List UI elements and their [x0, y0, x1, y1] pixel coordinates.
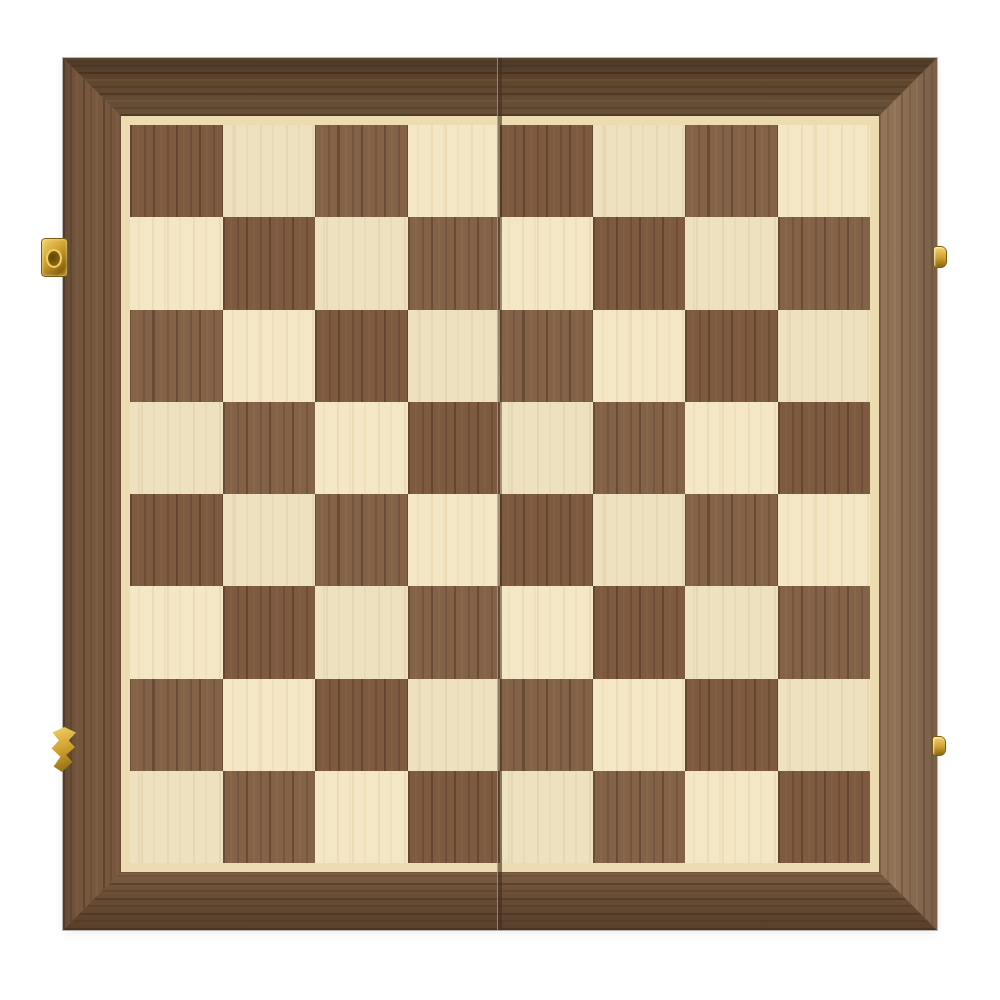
square-a4: [130, 494, 223, 586]
brass-clasp-left-top: [41, 238, 68, 277]
square-a1: [130, 771, 223, 863]
square-c6: [315, 310, 408, 402]
square-e2: [500, 679, 593, 771]
square-f1: [593, 771, 686, 863]
square-d7: [408, 217, 501, 309]
brass-pin-right-top: [933, 246, 947, 268]
square-e5: [500, 402, 593, 494]
square-c1: [315, 771, 408, 863]
square-b1: [223, 771, 316, 863]
square-g3: [685, 586, 778, 678]
square-f8: [593, 125, 686, 217]
square-b5: [223, 402, 316, 494]
square-e8: [500, 125, 593, 217]
product-photo: [0, 0, 1000, 1000]
square-c4: [315, 494, 408, 586]
square-b8: [223, 125, 316, 217]
square-c2: [315, 679, 408, 771]
square-f4: [593, 494, 686, 586]
square-g6: [685, 310, 778, 402]
square-e4: [500, 494, 593, 586]
square-a6: [130, 310, 223, 402]
square-h3: [778, 586, 871, 678]
square-b4: [223, 494, 316, 586]
square-d8: [408, 125, 501, 217]
square-h2: [778, 679, 871, 771]
square-f5: [593, 402, 686, 494]
square-e3: [500, 586, 593, 678]
brass-pin-right-bottom: [932, 736, 946, 756]
square-h7: [778, 217, 871, 309]
board-frame-left: [63, 58, 121, 930]
square-h6: [778, 310, 871, 402]
square-g4: [685, 494, 778, 586]
square-c5: [315, 402, 408, 494]
square-e1: [500, 771, 593, 863]
square-d3: [408, 586, 501, 678]
board-frame-right: [879, 58, 937, 930]
square-e7: [500, 217, 593, 309]
square-d6: [408, 310, 501, 402]
square-a7: [130, 217, 223, 309]
square-b2: [223, 679, 316, 771]
square-a5: [130, 402, 223, 494]
square-a3: [130, 586, 223, 678]
square-g7: [685, 217, 778, 309]
square-f6: [593, 310, 686, 402]
square-g2: [685, 679, 778, 771]
square-g1: [685, 771, 778, 863]
chess-board: [63, 58, 937, 930]
fold-seam: [497, 58, 502, 930]
square-c3: [315, 586, 408, 678]
square-a2: [130, 679, 223, 771]
square-b3: [223, 586, 316, 678]
square-c7: [315, 217, 408, 309]
square-e6: [500, 310, 593, 402]
square-a8: [130, 125, 223, 217]
square-g5: [685, 402, 778, 494]
square-c8: [315, 125, 408, 217]
square-f7: [593, 217, 686, 309]
square-d4: [408, 494, 501, 586]
square-g8: [685, 125, 778, 217]
square-h4: [778, 494, 871, 586]
square-d2: [408, 679, 501, 771]
square-b6: [223, 310, 316, 402]
square-f3: [593, 586, 686, 678]
square-h8: [778, 125, 871, 217]
square-b7: [223, 217, 316, 309]
square-f2: [593, 679, 686, 771]
square-h5: [778, 402, 871, 494]
square-d1: [408, 771, 501, 863]
square-d5: [408, 402, 501, 494]
square-h1: [778, 771, 871, 863]
